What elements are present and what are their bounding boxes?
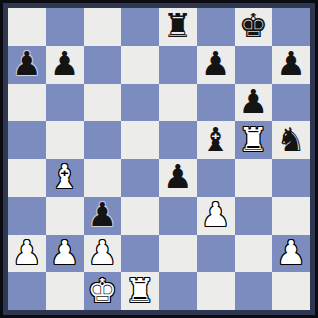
square-f7[interactable]: ♟	[197, 46, 235, 84]
square-d7[interactable]	[121, 46, 159, 84]
square-b3[interactable]	[46, 197, 84, 235]
square-h1[interactable]	[272, 272, 310, 310]
square-g2[interactable]	[235, 235, 273, 273]
square-b8[interactable]	[46, 8, 84, 46]
square-a5[interactable]	[8, 121, 46, 159]
square-f1[interactable]	[197, 272, 235, 310]
chess-board: ♜♚♟♟♟♟♟♝♜♞♝♟♟♟♟♟♟♟♚♜	[8, 8, 310, 310]
square-d2[interactable]	[121, 235, 159, 273]
square-e1[interactable]	[159, 272, 197, 310]
black-pawn[interactable]: ♟	[276, 47, 306, 80]
square-b1[interactable]	[46, 272, 84, 310]
square-h3[interactable]	[272, 197, 310, 235]
square-h7[interactable]: ♟	[272, 46, 310, 84]
square-d1[interactable]: ♜	[121, 272, 159, 310]
black-rook[interactable]: ♜	[163, 9, 193, 42]
square-a8[interactable]	[8, 8, 46, 46]
square-g7[interactable]	[235, 46, 273, 84]
black-pawn[interactable]: ♟	[50, 47, 80, 80]
square-f3[interactable]: ♟	[197, 197, 235, 235]
square-d4[interactable]	[121, 159, 159, 197]
black-bishop[interactable]: ♝	[201, 123, 231, 156]
square-e3[interactable]	[159, 197, 197, 235]
white-bishop[interactable]: ♝	[50, 160, 80, 193]
square-b4[interactable]: ♝	[46, 159, 84, 197]
square-h6[interactable]	[272, 84, 310, 122]
black-king[interactable]: ♚	[239, 9, 269, 42]
black-pawn[interactable]: ♟	[88, 198, 118, 231]
square-b6[interactable]	[46, 84, 84, 122]
square-e4[interactable]: ♟	[159, 159, 197, 197]
square-d3[interactable]	[121, 197, 159, 235]
square-e7[interactable]	[159, 46, 197, 84]
board-border: ♜♚♟♟♟♟♟♝♜♞♝♟♟♟♟♟♟♟♚♜	[3, 3, 315, 315]
square-a7[interactable]: ♟	[8, 46, 46, 84]
square-a1[interactable]	[8, 272, 46, 310]
square-h4[interactable]	[272, 159, 310, 197]
square-b7[interactable]: ♟	[46, 46, 84, 84]
square-f5[interactable]: ♝	[197, 121, 235, 159]
square-c7[interactable]	[84, 46, 122, 84]
square-f8[interactable]	[197, 8, 235, 46]
square-b5[interactable]	[46, 121, 84, 159]
square-g6[interactable]: ♟	[235, 84, 273, 122]
square-f6[interactable]	[197, 84, 235, 122]
black-pawn[interactable]: ♟	[12, 47, 42, 80]
black-knight[interactable]: ♞	[276, 123, 306, 156]
square-h5[interactable]: ♞	[272, 121, 310, 159]
square-c4[interactable]	[84, 159, 122, 197]
square-a2[interactable]: ♟	[8, 235, 46, 273]
white-rook[interactable]: ♜	[125, 274, 155, 307]
square-e5[interactable]	[159, 121, 197, 159]
square-e2[interactable]	[159, 235, 197, 273]
square-d5[interactable]	[121, 121, 159, 159]
square-c1[interactable]: ♚	[84, 272, 122, 310]
square-a6[interactable]	[8, 84, 46, 122]
square-f4[interactable]	[197, 159, 235, 197]
white-pawn[interactable]: ♟	[88, 236, 118, 269]
square-g5[interactable]: ♜	[235, 121, 273, 159]
square-f2[interactable]	[197, 235, 235, 273]
square-a4[interactable]	[8, 159, 46, 197]
square-c8[interactable]	[84, 8, 122, 46]
square-c3[interactable]: ♟	[84, 197, 122, 235]
square-g1[interactable]	[235, 272, 273, 310]
board-frame: ♜♚♟♟♟♟♟♝♜♞♝♟♟♟♟♟♟♟♚♜	[0, 0, 318, 318]
black-pawn[interactable]: ♟	[201, 47, 231, 80]
black-pawn[interactable]: ♟	[163, 160, 193, 193]
white-king[interactable]: ♚	[88, 274, 118, 307]
white-pawn[interactable]: ♟	[50, 236, 80, 269]
black-pawn[interactable]: ♟	[239, 85, 269, 118]
square-g8[interactable]: ♚	[235, 8, 273, 46]
square-g3[interactable]	[235, 197, 273, 235]
square-a3[interactable]	[8, 197, 46, 235]
white-pawn[interactable]: ♟	[201, 198, 231, 231]
square-d8[interactable]	[121, 8, 159, 46]
square-c2[interactable]: ♟	[84, 235, 122, 273]
square-h2[interactable]: ♟	[272, 235, 310, 273]
square-c5[interactable]	[84, 121, 122, 159]
square-c6[interactable]	[84, 84, 122, 122]
square-b2[interactable]: ♟	[46, 235, 84, 273]
white-rook[interactable]: ♜	[239, 123, 269, 156]
white-pawn[interactable]: ♟	[12, 236, 42, 269]
white-pawn[interactable]: ♟	[276, 236, 306, 269]
square-d6[interactable]	[121, 84, 159, 122]
square-g4[interactable]	[235, 159, 273, 197]
square-e6[interactable]	[159, 84, 197, 122]
square-h8[interactable]	[272, 8, 310, 46]
square-e8[interactable]: ♜	[159, 8, 197, 46]
